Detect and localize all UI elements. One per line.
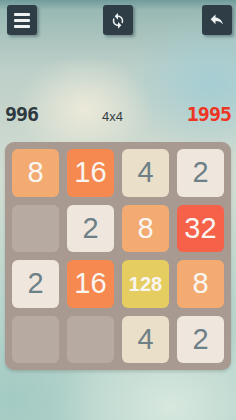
restart-button[interactable] [103,5,133,35]
tile-2: 2 [67,205,114,253]
tile-8: 8 [122,205,169,253]
game-screen: 996 4x4 1995 816422832216128842 [0,0,236,420]
tile-2: 2 [177,149,224,197]
tile-2: 2 [177,316,224,364]
tile-2: 2 [12,260,59,308]
tile-8: 8 [12,149,59,197]
hamburger-menu-icon [14,13,30,28]
tile-4: 4 [122,316,169,364]
empty-cell [67,316,114,364]
empty-cell [12,316,59,364]
undo-button[interactable] [202,5,232,35]
refresh-icon [109,11,127,29]
tile-32: 32 [177,205,224,253]
empty-cell [12,205,59,253]
board-size-label: 4x4 [102,104,123,130]
toolbar [0,0,236,40]
tile-16: 16 [67,260,114,308]
tile-8: 8 [177,260,224,308]
menu-button[interactable] [7,5,37,35]
game-board[interactable]: 816422832216128842 [5,142,231,370]
tile-4: 4 [122,149,169,197]
best-score: 1995 [187,101,231,127]
tile-16: 16 [67,149,114,197]
score-bar: 996 4x4 1995 [0,101,236,127]
current-score: 996 [5,101,38,127]
undo-arrow-icon [208,11,226,29]
tile-128: 128 [122,260,169,308]
